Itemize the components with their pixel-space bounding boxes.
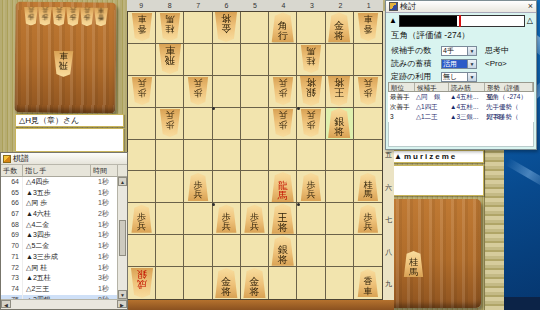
shogi-app-screen: 歩兵歩兵歩兵歩兵歩兵香車 飛車 △H見（章）さん 棋譜 手数 指し手 時間 64… [0, 0, 540, 310]
gote-info-box [15, 128, 124, 152]
board-wood-frame [127, 300, 394, 310]
scroll-left-arrow-icon[interactable]: ◀ [1, 300, 11, 308]
kifu-titlebar[interactable]: 棋譜 [1, 153, 127, 165]
square-1b[interactable] [354, 44, 382, 76]
piece-gote-歩兵[interactable]: 歩兵 [187, 77, 209, 105]
kifu-row-65[interactable]: 65▲3五歩1秒 [1, 188, 127, 199]
square-4i[interactable] [269, 267, 297, 299]
kifu-cell: 1秒 [87, 198, 111, 209]
kifu-cell: ▲3五歩 [23, 188, 87, 199]
square-4c[interactable]: 歩兵 [269, 76, 297, 108]
setting-status-text: <Pro> [485, 59, 507, 68]
square-3f[interactable]: 歩兵 [297, 171, 325, 203]
setting-label: 定跡の利用 [391, 71, 441, 82]
kifu-cell: 73 [1, 273, 23, 284]
square-6d[interactable] [213, 108, 241, 140]
square-7b[interactable] [184, 44, 212, 76]
setting-row-2: 定跡の利用無し▼ [391, 71, 533, 82]
kifu-row-67[interactable]: 67▲4六桂2秒 [1, 209, 127, 220]
setting-dropdown-1[interactable]: 活用▼ [441, 59, 477, 69]
square-8g[interactable] [156, 203, 184, 235]
chevron-down-icon[interactable]: ▼ [467, 60, 476, 68]
square-5a[interactable] [241, 12, 269, 44]
kifu-cell: 74 [1, 284, 23, 295]
candidate-cell: 先手勝勢（ 2892） [484, 112, 534, 122]
square-9g[interactable]: 歩兵 [128, 203, 156, 235]
kifu-cell: 1秒 [87, 230, 111, 241]
setting-label: 読みの蓄積 [391, 58, 441, 69]
kifu-cell: ▲4六桂 [23, 209, 87, 220]
square-3b[interactable]: 桂馬 [297, 44, 325, 76]
piece-sente-歩兵[interactable]: 歩兵 [300, 173, 322, 201]
piece-gote-香車[interactable]: 香車 [131, 13, 153, 41]
square-2f[interactable] [326, 171, 354, 203]
kifu-cell: 75 [1, 295, 23, 299]
analysis-window-title: 検討 [400, 1, 526, 12]
col-rank: 順位 [389, 83, 415, 91]
rank-label-七: 七 [383, 204, 394, 236]
square-9a[interactable]: 香車 [128, 12, 156, 44]
kifu-cell: 1秒 [87, 177, 111, 188]
square-5f[interactable] [241, 171, 269, 203]
piece-sente-桂馬[interactable]: 桂馬 [403, 251, 424, 277]
candidate-cell: 次善手 [388, 102, 414, 112]
scroll-right-arrow-icon[interactable]: ▶ [117, 300, 127, 308]
col-line: 読み筋 [449, 83, 485, 91]
square-1d[interactable] [354, 108, 382, 140]
kifu-col-time: 時間 [91, 165, 118, 176]
square-3i[interactable] [297, 267, 325, 299]
piece-gote-歩兵[interactable]: 歩兵 [65, 7, 80, 26]
square-8f[interactable] [156, 171, 184, 203]
square-6b[interactable] [213, 44, 241, 76]
piece-sente-金将[interactable]: 金将 [327, 12, 351, 42]
kifu-cell: △同 歩 [23, 198, 87, 209]
scroll-down-arrow-icon[interactable]: ▼ [118, 290, 127, 299]
evaluation-bar-row: ▲ △ [389, 15, 533, 27]
desktop-dark-corner [504, 297, 540, 310]
setting-status-text: 思考中 [485, 45, 509, 56]
piece-gote-歩兵[interactable]: 歩兵 [79, 7, 94, 26]
kifu-row-74[interactable]: 74△2三王1秒 [1, 284, 127, 295]
sente-info-box [390, 165, 484, 196]
square-4f[interactable]: 龍馬 [269, 171, 297, 203]
piece-sente-金将[interactable]: 金将 [242, 268, 266, 298]
square-1e[interactable] [354, 140, 382, 172]
kifu-list-header: 手数 指し手 時間 [1, 165, 127, 177]
square-6g[interactable]: 歩兵 [213, 203, 241, 235]
kifu-row-69[interactable]: 69▲3四歩1秒 [1, 230, 127, 241]
kifu-cell: 2秒 [87, 209, 111, 220]
candidate-cell: ▲3三銀... [448, 112, 484, 122]
square-4a[interactable]: 角行 [269, 12, 297, 44]
square-2b[interactable] [326, 44, 354, 76]
piece-gote-歩兵[interactable]: 歩兵 [272, 109, 294, 137]
kifu-window-title: 棋譜 [13, 153, 29, 164]
hoshi-dot [297, 203, 300, 206]
kifu-cell: ▲3三歩成 [23, 252, 87, 263]
square-8e[interactable] [156, 140, 184, 172]
file-label-7: 7 [184, 0, 212, 11]
square-9c[interactable]: 歩兵 [128, 76, 156, 108]
piece-gote-桂馬[interactable]: 桂馬 [300, 45, 322, 73]
piece-gote-歩兵[interactable]: 歩兵 [131, 77, 153, 105]
square-2e[interactable] [326, 140, 354, 172]
evaluation-bar [399, 15, 525, 27]
chevron-down-icon[interactable]: ▼ [467, 73, 476, 81]
square-7h[interactable] [184, 235, 212, 267]
hoshi-dot [212, 107, 215, 110]
analysis-window-icon [389, 2, 398, 11]
piece-sente-歩兵[interactable]: 歩兵 [243, 205, 265, 233]
board-grid: 香車桂馬金将角行金将香車飛車桂馬歩兵歩兵歩兵銀将王将歩兵歩兵歩兵歩兵銀将歩兵龍馬… [127, 11, 383, 300]
candidate-row-3[interactable]: 3△1二王▲3三銀...先手勝勢（ 2892） [388, 112, 534, 122]
setting-row-1: 読みの蓄積活用▼<Pro> [391, 58, 533, 69]
square-4b[interactable] [269, 44, 297, 76]
scrollbar-thumb[interactable] [119, 220, 126, 256]
kifu-cell: 64 [1, 177, 23, 188]
square-3d[interactable]: 歩兵 [297, 108, 325, 140]
candidate-cell: △1四王 [414, 102, 448, 112]
gote-hand-rook: 飛車 [53, 51, 74, 77]
square-3a[interactable] [297, 12, 325, 44]
kifu-cell: 66 [1, 198, 23, 209]
kifu-cell: ▲3四歩 [23, 230, 87, 241]
square-3e[interactable] [297, 140, 325, 172]
piece-sente-角行[interactable]: 角行 [271, 12, 295, 42]
square-5d[interactable] [241, 108, 269, 140]
square-8i[interactable] [156, 267, 184, 299]
setting-dropdown-2[interactable]: 無し▼ [441, 72, 477, 82]
square-4e[interactable] [269, 140, 297, 172]
file-label-6: 6 [212, 0, 240, 11]
piece-gote-歩兵[interactable]: 歩兵 [23, 7, 38, 26]
square-3g[interactable] [297, 203, 325, 235]
rank-label-九: 九 [383, 268, 394, 300]
hoshi-dot [297, 107, 300, 110]
evaluation-bar-marker [459, 15, 461, 27]
piece-sente-歩兵[interactable]: 歩兵 [215, 205, 237, 233]
kifu-cell: 1秒 [87, 252, 111, 263]
hoshi-dot [212, 203, 215, 206]
square-5c[interactable] [241, 76, 269, 108]
kifu-cell: ▲2四銀 [23, 295, 87, 299]
kifu-cell: △4二金 [23, 220, 87, 231]
candidate-cell: 先手優勢（ 1778） [484, 102, 534, 112]
piece-sente-王将[interactable]: 王将 [271, 204, 295, 234]
square-8a[interactable]: 桂馬 [156, 12, 184, 44]
close-icon[interactable]: × [528, 2, 533, 11]
candidate-cell: 互角（ -274） [484, 92, 534, 102]
piece-sente-桂馬[interactable]: 桂馬 [357, 173, 379, 201]
file-label-5: 5 [241, 0, 269, 11]
candidate-row-2[interactable]: 次善手△1四王▲4五桂...先手優勢（ 1778） [388, 102, 534, 112]
sente-hand-pieces: 桂馬 [403, 251, 424, 277]
square-6c[interactable] [213, 76, 241, 108]
square-4h[interactable]: 銀将 [269, 235, 297, 267]
candidate-cell: ▲4五桂... [448, 102, 484, 112]
kifu-cell: 1秒 [87, 263, 111, 274]
col-eval: 形勢（評価値） [485, 83, 533, 91]
kifu-cell: 71 [1, 252, 23, 263]
gote-player-name: △H見（章）さん [15, 114, 124, 127]
gote-piece-stand: 歩兵歩兵歩兵歩兵歩兵香車 飛車 [14, 1, 116, 113]
piece-gote-香車[interactable]: 香車 [357, 13, 379, 41]
square-7i[interactable] [184, 267, 212, 299]
kifu-cell: 1秒 [87, 241, 111, 252]
kifu-row-70[interactable]: 70△5二金1秒 [1, 241, 127, 252]
rank-label-六: 六 [383, 172, 394, 204]
square-2g[interactable] [326, 203, 354, 235]
piece-sente-金将[interactable]: 金将 [214, 268, 238, 298]
piece-gote-歩兵[interactable]: 歩兵 [51, 7, 66, 26]
sente-player-label: ▲murizeme [394, 152, 457, 161]
candidate-row-1[interactable]: 最善手△同 銀▲4五桂...互角（ -274） [388, 92, 534, 102]
piece-gote-歩兵[interactable]: 歩兵 [357, 77, 379, 105]
square-6i[interactable]: 金将 [213, 267, 241, 299]
candidate-cell: 最善手 [388, 92, 414, 102]
kifu-col-move: 指し手 [23, 165, 91, 176]
gote-player-label: △H見（章）さん [19, 115, 79, 126]
kifu-row-72[interactable]: 72△同 桂1秒 [1, 263, 127, 274]
square-7f[interactable]: 歩兵 [184, 171, 212, 203]
kifu-window-icon [3, 155, 11, 163]
square-8h[interactable] [156, 235, 184, 267]
kifu-cell: △5二金 [23, 241, 87, 252]
analysis-settings: 候補手の数4手▼思考中読みの蓄積活用▼<Pro>定跡の利用無し▼ [391, 45, 533, 84]
square-8b[interactable]: 飛車 [156, 44, 184, 76]
rank-label-八: 八 [383, 236, 394, 268]
square-6e[interactable] [213, 140, 241, 172]
file-label-3: 3 [298, 0, 326, 11]
kifu-cell: △同 桂 [23, 263, 87, 274]
square-2d[interactable]: 銀将 [326, 108, 354, 140]
piece-gote-歩兵[interactable]: 歩兵 [272, 77, 294, 105]
square-1c[interactable]: 歩兵 [354, 76, 382, 108]
candidate-cell: 3 [388, 112, 414, 122]
kifu-window: 棋譜 手数 指し手 時間 64△4四歩1秒65▲3五歩1秒66△同 歩1秒67▲… [0, 152, 128, 310]
square-9i[interactable]: 成銀 [128, 267, 156, 299]
square-8c[interactable] [156, 76, 184, 108]
sente-mark-icon: ▲ [389, 17, 397, 25]
kifu-cell: △2三王 [23, 284, 87, 295]
square-2h[interactable] [326, 235, 354, 267]
kifu-row-66[interactable]: 66△同 歩1秒 [1, 198, 127, 209]
setting-row-0: 候補手の数4手▼思考中 [391, 45, 533, 56]
gote-mark-icon: △ [527, 17, 533, 25]
square-1a[interactable]: 香車 [354, 12, 382, 44]
kifu-horizontal-scrollbar[interactable]: ◀ ▶ [1, 299, 127, 309]
piece-gote-飛車[interactable]: 飛車 [53, 51, 74, 77]
square-3c[interactable]: 銀将 [297, 76, 325, 108]
analysis-window: 検討 × ▲ △ 互角（評価値 -274） 候補手の数4手▼思考中読みの蓄積活用… [385, 0, 537, 150]
piece-sente-銀将[interactable]: 銀将 [271, 236, 295, 266]
square-9b[interactable] [128, 44, 156, 76]
wallpaper-light-beam [505, 158, 540, 190]
square-4g[interactable]: 王将 [269, 203, 297, 235]
square-9f[interactable] [128, 171, 156, 203]
kifu-row-75[interactable]: 75▲2四銀8秒 [1, 295, 127, 299]
kifu-cell: 8秒 [87, 295, 111, 299]
kifu-cell: 1秒 [87, 284, 111, 295]
piece-sente-歩兵[interactable]: 歩兵 [187, 173, 209, 201]
file-label-8: 8 [155, 0, 183, 11]
analysis-blank-area [388, 122, 534, 147]
piece-sente-歩兵[interactable]: 歩兵 [357, 205, 379, 233]
square-1f[interactable]: 桂馬 [354, 171, 382, 203]
candidate-moves-table: 順位 候補手 読み筋 形勢（評価値） 最善手△同 銀▲4五桂...互角（ -27… [388, 82, 534, 122]
kifu-cell: 3秒 [87, 273, 111, 284]
kifu-col-movenum: 手数 [1, 165, 23, 176]
kifu-cell: 69 [1, 230, 23, 241]
candidate-cell: ▲4五桂... [448, 92, 484, 102]
square-6a[interactable]: 金将 [213, 12, 241, 44]
square-9h[interactable] [128, 235, 156, 267]
square-7e[interactable] [184, 140, 212, 172]
square-7g[interactable] [184, 203, 212, 235]
file-label-4: 4 [269, 0, 297, 11]
square-3h[interactable] [297, 235, 325, 267]
evaluation-bar-fill [400, 16, 457, 26]
square-5i[interactable]: 金将 [241, 267, 269, 299]
piece-sente-香車[interactable]: 香車 [357, 269, 379, 297]
kifu-cell: 72 [1, 263, 23, 274]
kifu-row-68[interactable]: 68△4二金1秒 [1, 220, 127, 231]
piece-gote-歩兵[interactable]: 歩兵 [37, 7, 52, 26]
piece-gote-歩兵[interactable]: 歩兵 [300, 109, 322, 137]
dropdown-value: 活用 [442, 60, 467, 68]
evaluation-text: 互角（評価値 -274） [391, 30, 470, 42]
square-2a[interactable]: 金将 [326, 12, 354, 44]
kifu-cell: 65 [1, 188, 23, 199]
file-label-1: 1 [355, 0, 383, 11]
square-8d[interactable]: 歩兵 [156, 108, 184, 140]
square-1i[interactable]: 香車 [354, 267, 382, 299]
square-5b[interactable] [241, 44, 269, 76]
kifu-cell: 68 [1, 220, 23, 231]
square-5g[interactable]: 歩兵 [241, 203, 269, 235]
piece-gote-王将[interactable]: 王将 [327, 76, 351, 106]
piece-sente-歩兵[interactable]: 歩兵 [131, 205, 153, 233]
square-9e[interactable] [128, 140, 156, 172]
candidate-cell: △1二王 [414, 112, 448, 122]
chevron-down-icon[interactable]: ▼ [467, 47, 476, 55]
kifu-cell: 1秒 [87, 220, 111, 231]
analysis-titlebar[interactable]: 検討 × [386, 1, 536, 13]
kifu-cell: ▲2五桂 [23, 273, 87, 284]
piece-gote-飛車[interactable]: 飛車 [158, 44, 182, 74]
piece-gote-香車[interactable]: 香車 [93, 7, 108, 26]
gote-hand-pieces: 歩兵歩兵歩兵歩兵歩兵香車 [23, 7, 107, 27]
square-4d[interactable]: 歩兵 [269, 108, 297, 140]
square-6f[interactable] [213, 171, 241, 203]
kifu-cell: 1秒 [87, 188, 111, 199]
sente-piece-stand: 桂馬 [385, 199, 481, 308]
candidate-cell: △同 銀 [414, 92, 448, 102]
square-6h[interactable] [213, 235, 241, 267]
kifu-row-71[interactable]: 71▲3三歩成1秒 [1, 252, 127, 263]
piece-gote-銀将[interactable]: 銀将 [299, 76, 323, 106]
piece-gote-歩兵[interactable]: 歩兵 [159, 109, 181, 137]
piece-gote-桂馬[interactable]: 桂馬 [159, 13, 181, 41]
square-1g[interactable]: 歩兵 [354, 203, 382, 235]
square-2i[interactable] [326, 267, 354, 299]
dropdown-value: 4手 [442, 47, 467, 55]
square-2c[interactable]: 王将 [326, 76, 354, 108]
sente-player-name: ▲murizeme [390, 150, 484, 163]
setting-dropdown-0[interactable]: 4手▼ [441, 46, 477, 56]
square-7d[interactable] [184, 108, 212, 140]
square-5h[interactable] [241, 235, 269, 267]
file-label-9: 9 [127, 0, 155, 11]
square-9d[interactable] [128, 108, 156, 140]
piece-sente-銀将[interactable]: 銀将 [327, 108, 351, 138]
candidate-table-header: 順位 候補手 読み筋 形勢（評価値） [388, 82, 534, 92]
piece-gote-成銀[interactable]: 成銀 [130, 268, 154, 298]
file-label-2: 2 [326, 0, 354, 11]
piece-gote-金将[interactable]: 金将 [214, 12, 238, 42]
square-7a[interactable] [184, 12, 212, 44]
square-7c[interactable]: 歩兵 [184, 76, 212, 108]
scroll-up-arrow-icon[interactable]: ▲ [118, 177, 127, 186]
kifu-cell: 67 [1, 209, 23, 220]
kifu-row-73[interactable]: 73▲2五桂3秒 [1, 273, 127, 284]
col-candidate: 候補手 [415, 83, 449, 91]
kifu-move-list: 64△4四歩1秒65▲3五歩1秒66△同 歩1秒67▲4六桂2秒68△4二金1秒… [1, 177, 127, 299]
kifu-cell: 70 [1, 241, 23, 252]
piece-sente-龍馬[interactable]: 龍馬 [271, 172, 295, 202]
kifu-cell: △4四歩 [23, 177, 87, 188]
dropdown-value: 無し [442, 73, 467, 81]
kifu-row-64[interactable]: 64△4四歩1秒 [1, 177, 127, 188]
kifu-vertical-scrollbar[interactable]: ▲ ▼ [117, 177, 127, 299]
setting-label: 候補手の数 [391, 45, 441, 56]
square-1h[interactable] [354, 235, 382, 267]
square-5e[interactable] [241, 140, 269, 172]
